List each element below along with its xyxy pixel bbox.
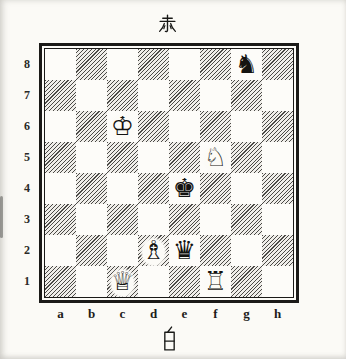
- square-a4: [45, 173, 76, 204]
- rank-label-7: 7: [19, 80, 35, 111]
- square-e6: [169, 111, 200, 142]
- chessboard: ♞♔♘♚♗♛♕♖: [39, 43, 299, 303]
- square-b3: [76, 204, 107, 235]
- black-queen: ♛: [169, 235, 200, 266]
- file-label-c: c: [107, 306, 138, 322]
- square-a8: [45, 49, 76, 80]
- rank-label-2: 2: [19, 235, 35, 266]
- square-h7: [262, 80, 293, 111]
- square-f6: [200, 111, 231, 142]
- rank-labels: 87654321: [19, 49, 35, 297]
- rank-label-5: 5: [19, 142, 35, 173]
- file-label-h: h: [262, 306, 293, 322]
- square-b7: [76, 80, 107, 111]
- scan-smudge: [0, 196, 3, 238]
- square-f2: [200, 235, 231, 266]
- file-label-b: b: [76, 306, 107, 322]
- square-g2: [231, 235, 262, 266]
- square-h3: [262, 204, 293, 235]
- white-knight: ♘: [200, 142, 231, 173]
- white-king: ♔: [107, 111, 138, 142]
- board-grid: ♞♔♘♚♗♛♕♖: [45, 49, 293, 297]
- file-label-d: d: [138, 306, 169, 322]
- square-g6: [231, 111, 262, 142]
- square-b6: [76, 111, 107, 142]
- square-b4: [76, 173, 107, 204]
- square-g7: [231, 80, 262, 111]
- square-d5: [138, 142, 169, 173]
- file-label-e: e: [169, 306, 200, 322]
- square-d6: [138, 111, 169, 142]
- square-c8: [107, 49, 138, 80]
- square-e1: [169, 266, 200, 297]
- rank-label-4: 4: [19, 173, 35, 204]
- top-side-label-red-kanji: [157, 13, 178, 34]
- square-c2: [107, 235, 138, 266]
- square-f7: [200, 80, 231, 111]
- square-h5: [262, 142, 293, 173]
- square-d3: [138, 204, 169, 235]
- square-b1: [76, 266, 107, 297]
- white-bishop: ♗: [138, 235, 169, 266]
- square-f8: [200, 49, 231, 80]
- square-e2: ♛: [169, 235, 200, 266]
- square-c3: [107, 204, 138, 235]
- square-f3: [200, 204, 231, 235]
- square-h6: [262, 111, 293, 142]
- square-a1: [45, 266, 76, 297]
- square-c4: [107, 173, 138, 204]
- scanned-book-page: ♞♔♘♚♗♛♕♖ 87654321 abcdefgh: [0, 0, 346, 359]
- square-f1: ♖: [200, 266, 231, 297]
- square-b2: [76, 235, 107, 266]
- rank-label-3: 3: [19, 204, 35, 235]
- file-label-g: g: [231, 306, 262, 322]
- square-d4: [138, 173, 169, 204]
- white-rook: ♖: [200, 266, 231, 297]
- square-a6: [45, 111, 76, 142]
- square-f5: ♘: [200, 142, 231, 173]
- square-h2: [262, 235, 293, 266]
- square-d1: [138, 266, 169, 297]
- file-label-a: a: [45, 306, 76, 322]
- square-g3: [231, 204, 262, 235]
- square-c1: ♕: [107, 266, 138, 297]
- square-f4: [200, 173, 231, 204]
- square-d8: [138, 49, 169, 80]
- file-label-f: f: [200, 306, 231, 322]
- square-a2: [45, 235, 76, 266]
- square-e3: [169, 204, 200, 235]
- square-b8: [76, 49, 107, 80]
- square-c5: [107, 142, 138, 173]
- square-e8: [169, 49, 200, 80]
- square-a5: [45, 142, 76, 173]
- square-b5: [76, 142, 107, 173]
- square-e7: [169, 80, 200, 111]
- square-d2: ♗: [138, 235, 169, 266]
- square-h1: [262, 266, 293, 297]
- file-labels: abcdefgh: [45, 306, 293, 322]
- board-inner-rule: ♞♔♘♚♗♛♕♖: [44, 48, 294, 298]
- rank-label-1: 1: [19, 266, 35, 297]
- square-h8: [262, 49, 293, 80]
- square-g5: [231, 142, 262, 173]
- square-c7: [107, 80, 138, 111]
- square-e4: ♚: [169, 173, 200, 204]
- square-c6: ♔: [107, 111, 138, 142]
- square-g4: [231, 173, 262, 204]
- black-king: ♚: [169, 173, 200, 204]
- rank-label-6: 6: [19, 111, 35, 142]
- square-g8: ♞: [231, 49, 262, 80]
- black-knight: ♞: [231, 49, 262, 80]
- bottom-side-label-white-kanji: [159, 325, 180, 352]
- square-a7: [45, 80, 76, 111]
- square-a3: [45, 204, 76, 235]
- square-g1: [231, 266, 262, 297]
- rank-label-8: 8: [19, 49, 35, 80]
- square-d7: [138, 80, 169, 111]
- square-h4: [262, 173, 293, 204]
- white-queen: ♕: [107, 266, 138, 297]
- square-e5: [169, 142, 200, 173]
